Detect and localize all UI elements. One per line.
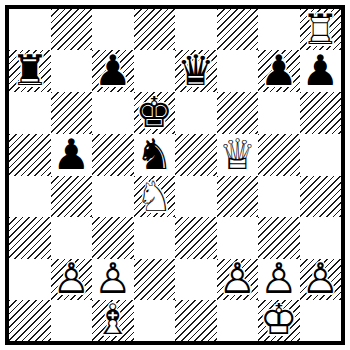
square-d6[interactable]: ♚ [134,92,176,134]
square-e2[interactable] [175,259,217,300]
square-b4[interactable] [51,176,93,217]
square-e5[interactable] [175,134,217,176]
square-c8[interactable] [92,9,134,50]
square-g7[interactable]: ♟ [258,50,300,92]
square-b8[interactable] [51,9,93,50]
square-c5[interactable] [92,134,134,176]
black-queen[interactable]: ♛ [175,50,217,92]
square-d1[interactable] [134,300,176,341]
square-c4[interactable] [92,176,134,217]
square-f8[interactable] [217,9,259,50]
square-b1[interactable] [51,300,93,341]
square-h4[interactable] [300,176,342,217]
square-d8[interactable] [134,9,176,50]
white-pawn[interactable]: ♟♙ [217,259,259,300]
white-rook[interactable]: ♜♖ [300,9,342,50]
white-pawn[interactable]: ♟♙ [92,259,134,300]
white-pawn-icon: ♙ [258,259,300,300]
square-d7[interactable] [134,50,176,92]
board-border: ♜♖♜♟♛♟♟♚♟♞♛♕♞♘♟♙♟♙♟♙♟♙♟♙♝♗♚♔ [5,5,345,345]
square-d3[interactable] [134,217,176,258]
black-knight[interactable]: ♞ [134,134,176,176]
square-h8[interactable]: ♜♖ [300,9,342,50]
square-h2[interactable]: ♟♙ [300,259,342,300]
white-pawn-icon: ♙ [300,259,342,300]
square-h3[interactable] [300,217,342,258]
square-c3[interactable] [92,217,134,258]
black-rook[interactable]: ♜ [9,50,51,92]
square-g3[interactable] [258,217,300,258]
square-f4[interactable] [217,176,259,217]
chess-board: ♜♖♜♟♛♟♟♚♟♞♛♕♞♘♟♙♟♙♟♙♟♙♟♙♝♗♚♔ [9,9,341,341]
square-h5[interactable] [300,134,342,176]
square-b2[interactable]: ♟♙ [51,259,93,300]
square-c6[interactable] [92,92,134,134]
white-pawn[interactable]: ♟♙ [51,259,93,300]
square-b5[interactable]: ♟ [51,134,93,176]
white-bishop-icon: ♗ [92,300,134,341]
square-b7[interactable] [51,50,93,92]
white-pawn-icon: ♙ [92,259,134,300]
square-d5[interactable]: ♞ [134,134,176,176]
square-e3[interactable] [175,217,217,258]
square-g4[interactable] [258,176,300,217]
square-e4[interactable] [175,176,217,217]
square-e8[interactable] [175,9,217,50]
square-f5[interactable]: ♛♕ [217,134,259,176]
square-e6[interactable] [175,92,217,134]
white-bishop[interactable]: ♝♗ [92,300,134,341]
white-queen-icon: ♕ [217,134,259,176]
square-g5[interactable] [258,134,300,176]
square-g1[interactable]: ♚♔ [258,300,300,341]
white-pawn-icon: ♙ [51,259,93,300]
white-knight-icon: ♘ [134,176,176,217]
square-a6[interactable] [9,92,51,134]
square-a7[interactable]: ♜ [9,50,51,92]
black-pawn[interactable]: ♟ [92,50,134,92]
white-pawn[interactable]: ♟♙ [258,259,300,300]
black-pawn[interactable]: ♟ [300,50,342,92]
square-b3[interactable] [51,217,93,258]
white-pawn-icon: ♙ [217,259,259,300]
square-c1[interactable]: ♝♗ [92,300,134,341]
black-pawn[interactable]: ♟ [51,134,93,176]
square-g2[interactable]: ♟♙ [258,259,300,300]
square-e1[interactable] [175,300,217,341]
square-f6[interactable] [217,92,259,134]
square-f1[interactable] [217,300,259,341]
white-king[interactable]: ♚♔ [258,300,300,341]
square-c7[interactable]: ♟ [92,50,134,92]
square-e7[interactable]: ♛ [175,50,217,92]
square-g8[interactable] [258,9,300,50]
square-g6[interactable] [258,92,300,134]
square-a4[interactable] [9,176,51,217]
black-pawn[interactable]: ♟ [258,50,300,92]
square-a3[interactable] [9,217,51,258]
black-king[interactable]: ♚ [134,92,176,134]
square-a2[interactable] [9,259,51,300]
square-f2[interactable]: ♟♙ [217,259,259,300]
white-pawn[interactable]: ♟♙ [300,259,342,300]
square-a8[interactable] [9,9,51,50]
white-king-icon: ♔ [258,300,300,341]
square-a1[interactable] [9,300,51,341]
square-a5[interactable] [9,134,51,176]
square-f3[interactable] [217,217,259,258]
white-knight[interactable]: ♞♘ [134,176,176,217]
square-h1[interactable] [300,300,342,341]
square-b6[interactable] [51,92,93,134]
square-c2[interactable]: ♟♙ [92,259,134,300]
square-d4[interactable]: ♞♘ [134,176,176,217]
white-queen[interactable]: ♛♕ [217,134,259,176]
square-h7[interactable]: ♟ [300,50,342,92]
square-f7[interactable] [217,50,259,92]
white-rook-icon: ♖ [300,9,342,50]
square-h6[interactable] [300,92,342,134]
square-d2[interactable] [134,259,176,300]
